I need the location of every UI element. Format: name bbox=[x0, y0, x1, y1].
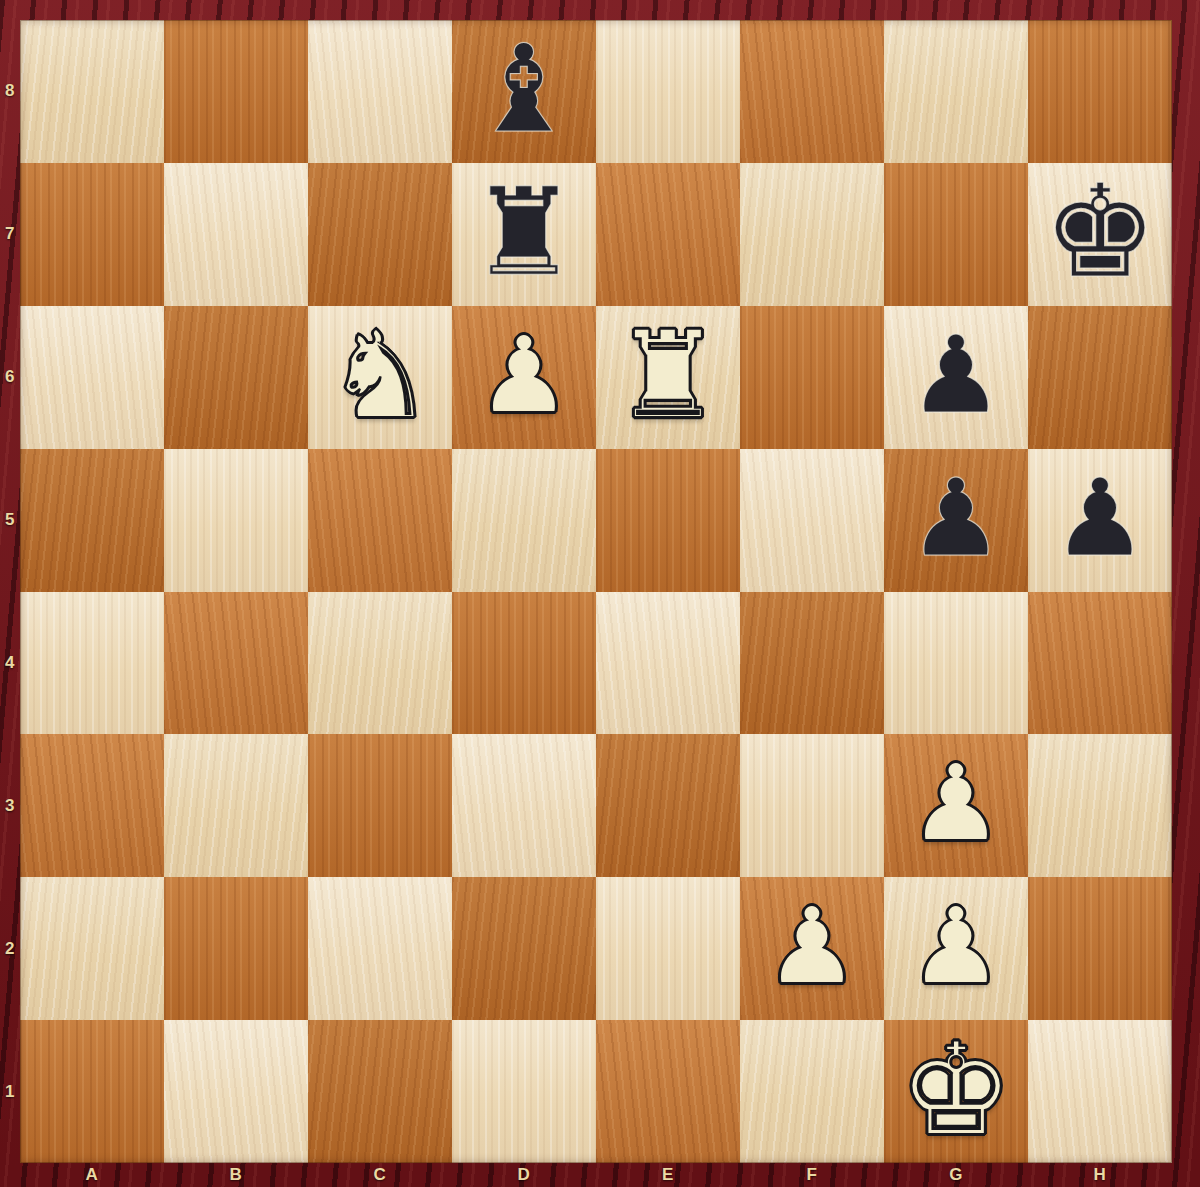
square-e6[interactable]: ♜ bbox=[596, 306, 740, 449]
rank-label-3: 3 bbox=[0, 734, 20, 877]
frame-edge bbox=[740, 0, 884, 20]
file-label-b: B bbox=[164, 1163, 308, 1187]
square-c1[interactable] bbox=[308, 1020, 452, 1163]
piece-white-pawn: ♟ bbox=[908, 893, 1004, 1000]
square-g4[interactable] bbox=[884, 592, 1028, 735]
square-h5[interactable]: ♟ bbox=[1028, 449, 1172, 592]
rank-label-4: 4 bbox=[0, 592, 20, 735]
square-c2[interactable] bbox=[308, 877, 452, 1020]
square-e3[interactable] bbox=[596, 734, 740, 877]
frame-edge bbox=[1172, 734, 1200, 877]
piece-white-pawn: ♟ bbox=[908, 750, 1004, 857]
frame-edge bbox=[1172, 449, 1200, 592]
square-d4[interactable] bbox=[452, 592, 596, 735]
frame-edge bbox=[1172, 877, 1200, 1020]
frame-edge bbox=[308, 0, 452, 20]
square-e8[interactable] bbox=[596, 20, 740, 163]
piece-black-rook: ♜ bbox=[470, 172, 578, 293]
piece-black-pawn: ♟ bbox=[908, 465, 1004, 572]
frame-edge bbox=[1172, 1020, 1200, 1163]
square-d8[interactable]: ♝ bbox=[452, 20, 596, 163]
square-c4[interactable] bbox=[308, 592, 452, 735]
square-a4[interactable] bbox=[20, 592, 164, 735]
square-h4[interactable] bbox=[1028, 592, 1172, 735]
square-b6[interactable] bbox=[164, 306, 308, 449]
square-g1[interactable]: ♚ bbox=[884, 1020, 1028, 1163]
square-h3[interactable] bbox=[1028, 734, 1172, 877]
square-h6[interactable] bbox=[1028, 306, 1172, 449]
rank-label-5: 5 bbox=[0, 449, 20, 592]
file-label-h: H bbox=[1028, 1163, 1172, 1187]
square-b3[interactable] bbox=[164, 734, 308, 877]
square-h8[interactable] bbox=[1028, 20, 1172, 163]
square-f6[interactable] bbox=[740, 306, 884, 449]
square-g8[interactable] bbox=[884, 20, 1028, 163]
square-h7[interactable]: ♚ bbox=[1028, 163, 1172, 306]
square-f5[interactable] bbox=[740, 449, 884, 592]
chess-diagram: 8♝7♜♚6♞♟♜♟5♟♟43♟2♟♟1♚ABCDEFGH bbox=[0, 0, 1200, 1187]
piece-black-pawn: ♟ bbox=[908, 322, 1004, 429]
square-a1[interactable] bbox=[20, 1020, 164, 1163]
file-label-c: C bbox=[308, 1163, 452, 1187]
square-f2[interactable]: ♟ bbox=[740, 877, 884, 1020]
square-c5[interactable] bbox=[308, 449, 452, 592]
frame-edge bbox=[452, 0, 596, 20]
frame-edge bbox=[1028, 0, 1172, 20]
rank-label-8: 8 bbox=[0, 20, 20, 163]
square-f4[interactable] bbox=[740, 592, 884, 735]
piece-white-knight: ♞ bbox=[326, 315, 434, 436]
rank-label-1: 1 bbox=[0, 1020, 20, 1163]
square-f3[interactable] bbox=[740, 734, 884, 877]
file-label-g: G bbox=[884, 1163, 1028, 1187]
square-f1[interactable] bbox=[740, 1020, 884, 1163]
square-d5[interactable] bbox=[452, 449, 596, 592]
frame-edge bbox=[1172, 20, 1200, 163]
piece-white-king: ♚ bbox=[899, 1026, 1014, 1154]
frame-edge bbox=[596, 0, 740, 20]
square-e4[interactable] bbox=[596, 592, 740, 735]
square-d1[interactable] bbox=[452, 1020, 596, 1163]
square-b2[interactable] bbox=[164, 877, 308, 1020]
piece-white-rook: ♜ bbox=[614, 315, 722, 436]
frame-edge bbox=[0, 0, 20, 20]
piece-black-pawn: ♟ bbox=[1052, 465, 1148, 572]
piece-black-bishop: ♝ bbox=[470, 29, 578, 150]
file-label-e: E bbox=[596, 1163, 740, 1187]
file-label-a: A bbox=[20, 1163, 164, 1187]
rank-label-2: 2 bbox=[0, 877, 20, 1020]
square-g2[interactable]: ♟ bbox=[884, 877, 1028, 1020]
square-d3[interactable] bbox=[452, 734, 596, 877]
square-d6[interactable]: ♟ bbox=[452, 306, 596, 449]
square-g7[interactable] bbox=[884, 163, 1028, 306]
piece-white-pawn: ♟ bbox=[476, 322, 572, 429]
frame-edge bbox=[164, 0, 308, 20]
square-a2[interactable] bbox=[20, 877, 164, 1020]
square-h1[interactable] bbox=[1028, 1020, 1172, 1163]
square-d7[interactable]: ♜ bbox=[452, 163, 596, 306]
frame-edge bbox=[0, 1163, 20, 1187]
square-a8[interactable] bbox=[20, 20, 164, 163]
square-e7[interactable] bbox=[596, 163, 740, 306]
square-f8[interactable] bbox=[740, 20, 884, 163]
frame-edge bbox=[884, 0, 1028, 20]
square-f7[interactable] bbox=[740, 163, 884, 306]
file-label-d: D bbox=[452, 1163, 596, 1187]
frame-edge bbox=[1172, 1163, 1200, 1187]
square-c8[interactable] bbox=[308, 20, 452, 163]
square-e5[interactable] bbox=[596, 449, 740, 592]
rank-label-6: 6 bbox=[0, 306, 20, 449]
square-d2[interactable] bbox=[452, 877, 596, 1020]
square-g6[interactable]: ♟ bbox=[884, 306, 1028, 449]
frame-edge bbox=[20, 0, 164, 20]
piece-white-pawn: ♟ bbox=[764, 893, 860, 1000]
square-a7[interactable] bbox=[20, 163, 164, 306]
board-frame: 8♝7♜♚6♞♟♜♟5♟♟43♟2♟♟1♚ABCDEFGH bbox=[0, 0, 1200, 1187]
square-b8[interactable] bbox=[164, 20, 308, 163]
square-b5[interactable] bbox=[164, 449, 308, 592]
frame-edge bbox=[1172, 592, 1200, 735]
frame-edge bbox=[1172, 306, 1200, 449]
square-b1[interactable] bbox=[164, 1020, 308, 1163]
frame-edge bbox=[1172, 163, 1200, 306]
square-c7[interactable] bbox=[308, 163, 452, 306]
frame-edge bbox=[1172, 0, 1200, 20]
square-c6[interactable]: ♞ bbox=[308, 306, 452, 449]
square-g3[interactable]: ♟ bbox=[884, 734, 1028, 877]
square-h2[interactable] bbox=[1028, 877, 1172, 1020]
square-a6[interactable] bbox=[20, 306, 164, 449]
square-b7[interactable] bbox=[164, 163, 308, 306]
square-g5[interactable]: ♟ bbox=[884, 449, 1028, 592]
square-c3[interactable] bbox=[308, 734, 452, 877]
square-a5[interactable] bbox=[20, 449, 164, 592]
square-e1[interactable] bbox=[596, 1020, 740, 1163]
square-b4[interactable] bbox=[164, 592, 308, 735]
file-label-f: F bbox=[740, 1163, 884, 1187]
square-e2[interactable] bbox=[596, 877, 740, 1020]
piece-black-king: ♚ bbox=[1043, 168, 1158, 296]
rank-label-7: 7 bbox=[0, 163, 20, 306]
square-a3[interactable] bbox=[20, 734, 164, 877]
